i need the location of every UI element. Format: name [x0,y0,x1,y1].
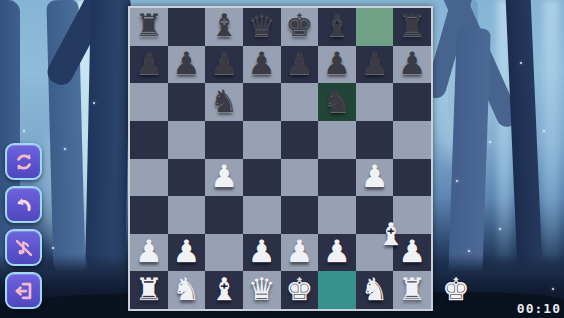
square-b4[interactable] [168,159,206,197]
square-a3[interactable] [130,196,168,234]
piece-black-bishop: ♝ [323,10,351,41]
piece-white-rook: ♜ [398,274,426,305]
piece-white-queen: ♛ [248,274,276,305]
piece-black-rook: ♜ [398,10,426,41]
square-f2[interactable]: ♟ [318,234,356,272]
sidebar [5,143,42,309]
light-shaft [543,0,559,278]
square-h6[interactable] [393,83,431,121]
square-c3[interactable] [205,196,243,234]
piece-black-king: ♚ [285,10,313,41]
square-b5[interactable] [168,121,206,159]
square-d4[interactable] [243,159,281,197]
piece-white-knight: ♞ [361,274,389,305]
undo-button[interactable] [5,186,42,223]
piece-black-pawn: ♟ [285,48,313,79]
firefly [543,130,545,132]
square-g4[interactable]: ♟ [356,159,394,197]
square-g6[interactable] [356,83,394,121]
exit-button[interactable] [5,272,42,309]
piece-white-bishop: ♝ [210,274,238,305]
firefly [52,247,54,249]
square-e6[interactable] [281,83,319,121]
music-note-slash-icon [13,237,35,259]
square-a4[interactable] [130,159,168,197]
piece-white-pawn: ♟ [285,236,313,267]
square-f3[interactable] [318,196,356,234]
piece-black-pawn: ♟ [361,48,389,79]
white-turn-indicator: ♚ [442,274,470,305]
square-h4[interactable] [393,159,431,197]
square-g8[interactable] [356,8,394,46]
square-e8[interactable]: ♚ [281,8,319,46]
tree-trunk [85,0,131,278]
square-d7[interactable]: ♟ [243,46,281,84]
square-b2[interactable]: ♟ [168,234,206,272]
square-c2[interactable] [205,234,243,272]
mute-music-button[interactable] [5,229,42,266]
square-e2[interactable]: ♟ [281,234,319,272]
piece-black-pawn: ♟ [173,48,201,79]
square-f7[interactable]: ♟ [318,46,356,84]
square-d6[interactable] [243,83,281,121]
piece-white-rook: ♜ [135,274,163,305]
square-h7[interactable]: ♟ [393,46,431,84]
logout-arrow-icon [13,280,35,302]
firefly [23,130,25,132]
square-f5[interactable] [318,121,356,159]
firefly [93,102,95,104]
square-a8[interactable]: ♜ [130,8,168,46]
square-f6[interactable]: ♞ [318,83,356,121]
square-a5[interactable] [130,121,168,159]
square-b6[interactable] [168,83,206,121]
piece-black-bishop: ♝ [210,10,238,41]
piece-black-rook: ♜ [135,10,163,41]
square-d2[interactable]: ♟ [243,234,281,272]
piece-black-knight: ♞ [210,86,238,117]
piece-black-pawn: ♟ [210,48,238,79]
square-e3[interactable] [281,196,319,234]
piece-black-pawn: ♟ [135,48,163,79]
firefly [499,228,501,230]
square-f8[interactable]: ♝ [318,8,356,46]
chess-board-frame: ♜♝♛♚♝♜♟♟♟♟♟♟♟♟♞♞♟♟♟♟♟♟♟♟♜♞♝♛♚♞♜ [128,6,433,311]
square-c5[interactable] [205,121,243,159]
square-a6[interactable] [130,83,168,121]
piece-black-pawn: ♟ [398,48,426,79]
square-a1[interactable]: ♜ [130,271,168,309]
piece-white-pawn: ♟ [248,236,276,267]
firefly [489,141,491,143]
square-h1[interactable]: ♜ [393,271,431,309]
square-d8[interactable]: ♛ [243,8,281,46]
square-e5[interactable] [281,121,319,159]
piece-white-pawn: ♟ [323,236,351,267]
square-h8[interactable]: ♜ [393,8,431,46]
piece-white-pawn: ♟ [135,236,163,267]
square-f1[interactable] [318,271,356,309]
square-c1[interactable]: ♝ [205,271,243,309]
square-d1[interactable]: ♛ [243,271,281,309]
square-c4[interactable]: ♟ [205,159,243,197]
piece-black-pawn: ♟ [323,48,351,79]
piece-black-pawn: ♟ [248,48,276,79]
moving-piece-white-bishop[interactable]: ♝ [372,216,410,254]
circular-arrows-icon [13,151,35,173]
square-f4[interactable] [318,159,356,197]
square-b3[interactable] [168,196,206,234]
firefly [468,250,470,252]
piece-white-bishop: ♝ [377,219,405,250]
piece-white-king: ♚ [285,274,313,305]
square-b1[interactable]: ♞ [168,271,206,309]
square-e7[interactable]: ♟ [281,46,319,84]
restart-button[interactable] [5,143,42,180]
firefly [520,62,522,64]
game-timer: 00:10 [517,301,561,316]
game-screen: ♜♝♛♚♝♜♟♟♟♟♟♟♟♟♞♞♟♟♟♟♟♟♟♟♜♞♝♛♚♞♜ ♝ ♚ 00:1… [0,0,564,318]
square-g1[interactable]: ♞ [356,271,394,309]
firefly [456,180,458,182]
square-h5[interactable] [393,121,431,159]
piece-white-pawn: ♟ [210,161,238,192]
square-a2[interactable]: ♟ [130,234,168,272]
board: ♜♝♛♚♝♜♟♟♟♟♟♟♟♟♞♞♟♟♟♟♟♟♟♟♜♞♝♛♚♞♜ [130,8,431,309]
piece-white-knight: ♞ [173,274,201,305]
square-g5[interactable] [356,121,394,159]
square-e4[interactable] [281,159,319,197]
curved-arrow-left-icon [13,194,35,216]
firefly [552,288,554,290]
square-d5[interactable] [243,121,281,159]
piece-black-queen: ♛ [248,10,276,41]
square-b8[interactable] [168,8,206,46]
square-a7[interactable]: ♟ [130,46,168,84]
square-b7[interactable]: ♟ [168,46,206,84]
square-d3[interactable] [243,196,281,234]
square-g7[interactable]: ♟ [356,46,394,84]
square-c8[interactable]: ♝ [205,8,243,46]
firefly [64,148,66,150]
piece-black-knight: ♞ [323,86,351,117]
square-c7[interactable]: ♟ [205,46,243,84]
square-e1[interactable]: ♚ [281,271,319,309]
piece-white-pawn: ♟ [361,161,389,192]
piece-white-pawn: ♟ [173,236,201,267]
square-c6[interactable]: ♞ [205,83,243,121]
